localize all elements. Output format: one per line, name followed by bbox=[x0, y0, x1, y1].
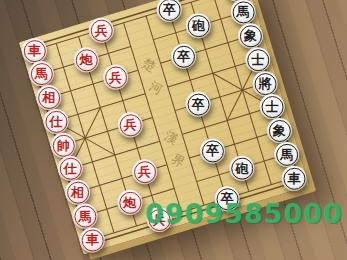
black-soldier-glyph: 卒 bbox=[186, 93, 208, 115]
red-soldier-glyph: 兵 bbox=[90, 19, 112, 41]
svg-text:漢: 漢 bbox=[162, 128, 181, 147]
piece-red-horse: 馬 bbox=[72, 203, 97, 228]
red-elephant-glyph: 相 bbox=[37, 87, 59, 109]
piece-black-soldier: 卒 bbox=[156, 0, 181, 22]
piece-red-elephant: 相 bbox=[65, 180, 90, 205]
black-horse-glyph: 馬 bbox=[232, 1, 254, 23]
piece-red-advisor: 仕 bbox=[57, 156, 82, 181]
piece-red-general: 帥 bbox=[50, 132, 75, 157]
piece-red-elephant: 相 bbox=[36, 85, 61, 110]
red-general-glyph: 帥 bbox=[52, 134, 74, 156]
red-soldier-glyph: 兵 bbox=[105, 66, 127, 88]
black-cannon-glyph: 砲 bbox=[187, 15, 209, 37]
red-soldier-glyph: 兵 bbox=[134, 161, 156, 183]
piece-black-advisor: 士 bbox=[245, 47, 270, 72]
piece-red-soldier: 兵 bbox=[89, 17, 114, 42]
black-elephant-glyph: 象 bbox=[268, 119, 290, 141]
red-advisor-glyph: 仕 bbox=[44, 110, 66, 132]
black-soldier-glyph: 卒 bbox=[172, 45, 194, 67]
black-elephant-glyph: 象 bbox=[239, 25, 261, 47]
red-chariot-glyph: 車 bbox=[81, 229, 103, 251]
piece-black-general: 將 bbox=[252, 71, 277, 96]
piece-red-advisor: 仕 bbox=[43, 109, 68, 134]
watermark-phone-number: 0909585000 bbox=[145, 198, 343, 229]
piece-black-soldier: 卒 bbox=[199, 139, 224, 164]
red-chariot-glyph: 車 bbox=[23, 39, 45, 61]
photo-scene: 楚河漢界 車馬象士將士象馬車砲砲卒卒卒卒卒兵兵兵兵兵炮炮車馬相仕帥仕相馬車 09… bbox=[0, 0, 347, 260]
piece-black-soldier: 卒 bbox=[185, 91, 210, 116]
black-chariot-glyph: 車 bbox=[283, 167, 305, 189]
svg-text:楚: 楚 bbox=[140, 55, 159, 74]
piece-red-chariot: 車 bbox=[79, 227, 104, 252]
black-general-glyph: 將 bbox=[254, 72, 276, 94]
black-soldier-glyph: 卒 bbox=[158, 0, 180, 20]
piece-black-horse: 馬 bbox=[274, 142, 299, 167]
piece-black-elephant: 象 bbox=[267, 118, 292, 143]
red-cannon-glyph: 炮 bbox=[118, 191, 140, 213]
red-soldier-glyph: 兵 bbox=[119, 113, 141, 135]
piece-black-soldier: 卒 bbox=[170, 44, 195, 69]
black-advisor-glyph: 士 bbox=[247, 48, 269, 70]
piece-red-soldier: 兵 bbox=[132, 159, 157, 184]
piece-black-elephant: 象 bbox=[238, 23, 263, 48]
piece-red-cannon: 炮 bbox=[117, 190, 142, 215]
svg-text:界: 界 bbox=[169, 151, 188, 170]
piece-red-soldier: 兵 bbox=[118, 112, 143, 137]
red-advisor-glyph: 仕 bbox=[59, 158, 81, 180]
red-horse-glyph: 馬 bbox=[30, 63, 52, 85]
red-horse-glyph: 馬 bbox=[73, 205, 95, 227]
piece-black-chariot: 車 bbox=[281, 165, 306, 190]
piece-red-cannon: 炮 bbox=[73, 48, 98, 73]
black-horse-glyph: 馬 bbox=[276, 143, 298, 165]
red-cannon-glyph: 炮 bbox=[75, 49, 97, 71]
black-soldier-glyph: 卒 bbox=[201, 140, 223, 162]
piece-red-horse: 馬 bbox=[28, 61, 53, 86]
piece-red-soldier: 兵 bbox=[103, 65, 128, 90]
black-cannon-glyph: 砲 bbox=[231, 157, 253, 179]
black-advisor-glyph: 士 bbox=[261, 96, 283, 118]
piece-black-cannon: 砲 bbox=[229, 155, 254, 180]
svg-text:河: 河 bbox=[147, 78, 166, 97]
piece-red-chariot: 車 bbox=[21, 38, 46, 63]
red-elephant-glyph: 相 bbox=[66, 181, 88, 203]
